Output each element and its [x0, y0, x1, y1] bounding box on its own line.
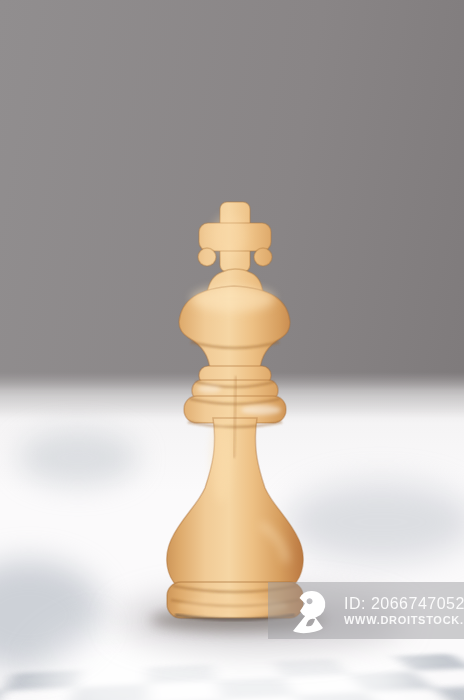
chameleon-logo-icon — [287, 589, 333, 635]
watermark-bar: ID: 2066747052 WWW.DROITSTOCK.COM — [268, 582, 464, 639]
dark-square-blob — [18, 430, 138, 486]
photo-stage: ID: 2066747052 WWW.DROITSTOCK.COM — [0, 0, 464, 700]
watermark-url: WWW.DROITSTOCK.COM — [344, 615, 464, 626]
watermark-id: ID: 2066747052 — [344, 596, 464, 612]
watermark-texts: ID: 2066747052 WWW.DROITSTOCK.COM — [344, 596, 464, 626]
white-king-piece — [133, 196, 337, 626]
